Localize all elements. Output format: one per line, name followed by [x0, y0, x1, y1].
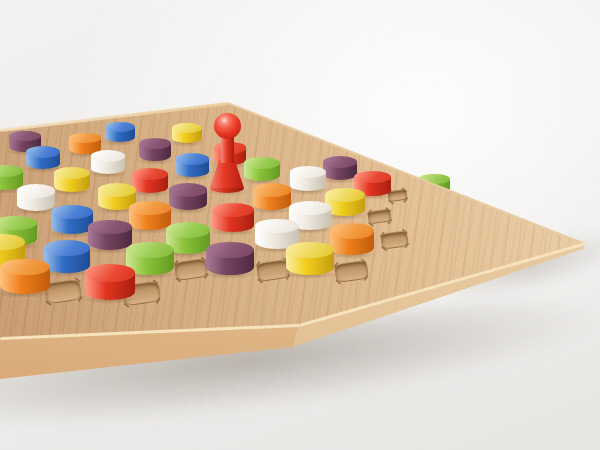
peg-top [166, 222, 210, 237]
empty-hole[interactable] [381, 230, 410, 249]
peg-purple[interactable] [202, 240, 257, 285]
peg-top [253, 183, 292, 196]
peg-top [44, 240, 91, 256]
peg-red[interactable] [81, 262, 139, 310]
pawn-head [214, 113, 241, 139]
peg-top [69, 133, 101, 144]
peg-top [98, 183, 137, 196]
peg-top [26, 146, 60, 157]
peg-top [169, 183, 208, 196]
peg-top [126, 242, 173, 258]
peg-yellow[interactable] [282, 240, 337, 285]
pawn-base-cone [210, 160, 244, 188]
peg-top [0, 259, 50, 276]
pawn-neck [221, 135, 234, 163]
peg-top [212, 203, 254, 217]
peg-top [91, 150, 125, 162]
peg-top [206, 242, 253, 258]
peg-top [354, 171, 391, 184]
peg-top [172, 123, 202, 133]
peg-top [286, 242, 333, 258]
red-pawn[interactable] [203, 99, 251, 199]
peg-orange[interactable] [0, 257, 54, 304]
peg-top [85, 264, 135, 281]
peg-top [129, 201, 170, 215]
peg-top [9, 131, 40, 142]
scene [0, 0, 600, 450]
peg-top [105, 122, 135, 132]
peg-top [289, 201, 330, 215]
peg-top [330, 223, 375, 238]
peg-top [17, 184, 56, 197]
